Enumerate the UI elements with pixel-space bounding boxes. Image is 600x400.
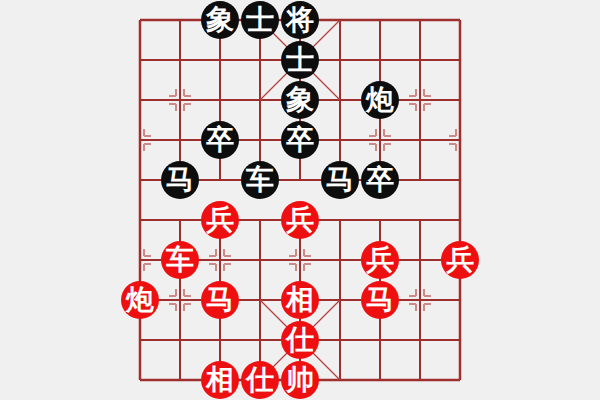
piece-black-advisor[interactable]: 士 (281, 41, 319, 79)
piece-black-pawn[interactable]: 卒 (201, 121, 239, 159)
piece-black-cannon[interactable]: 炮 (361, 81, 399, 119)
piece-black-advisor[interactable]: 士 (241, 1, 279, 39)
piece-red-pawn[interactable]: 兵 (361, 241, 399, 279)
piece-red-pawn[interactable]: 兵 (281, 201, 319, 239)
piece-black-horse[interactable]: 马 (321, 161, 359, 199)
xiangqi-board: 象士将士象炮卒卒马车马卒兵兵车兵兵炮马相马仕相仕帅 (0, 0, 600, 400)
pieces-layer: 象士将士象炮卒卒马车马卒兵兵车兵兵炮马相马仕相仕帅 (0, 0, 600, 400)
piece-black-pawn[interactable]: 卒 (361, 161, 399, 199)
piece-black-pawn[interactable]: 卒 (281, 121, 319, 159)
piece-black-elephant[interactable]: 象 (201, 1, 239, 39)
piece-red-cannon[interactable]: 炮 (121, 281, 159, 319)
piece-red-chariot[interactable]: 车 (161, 241, 199, 279)
piece-red-advisor[interactable]: 仕 (241, 361, 279, 399)
piece-black-king[interactable]: 将 (281, 1, 319, 39)
piece-red-pawn[interactable]: 兵 (201, 201, 239, 239)
piece-red-elephant[interactable]: 相 (201, 361, 239, 399)
piece-red-horse[interactable]: 马 (361, 281, 399, 319)
piece-black-elephant[interactable]: 象 (281, 81, 319, 119)
piece-red-horse[interactable]: 马 (201, 281, 239, 319)
piece-red-elephant[interactable]: 相 (281, 281, 319, 319)
piece-red-pawn[interactable]: 兵 (441, 241, 479, 279)
piece-red-advisor[interactable]: 仕 (281, 321, 319, 359)
piece-black-chariot[interactable]: 车 (241, 161, 279, 199)
piece-red-king[interactable]: 帅 (281, 361, 319, 399)
piece-black-horse[interactable]: 马 (161, 161, 199, 199)
